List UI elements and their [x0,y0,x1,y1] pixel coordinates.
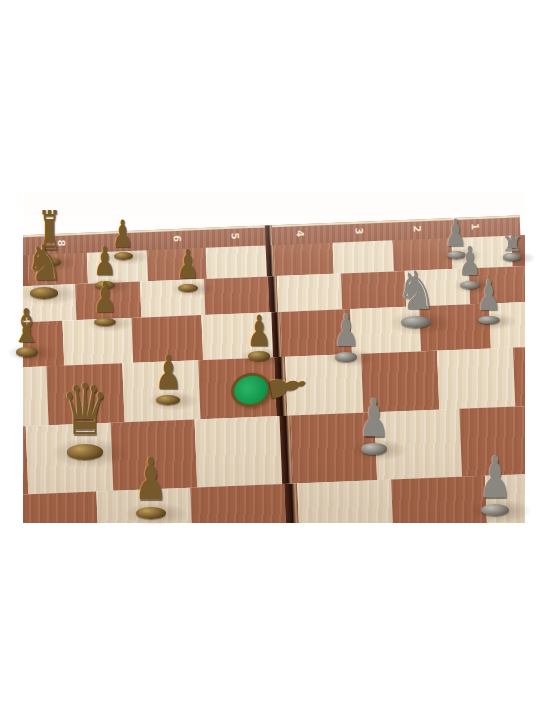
square-e2 [437,348,515,410]
square-g1 [469,266,525,305]
square-h2 [392,238,453,271]
square-e7 [46,363,124,425]
square-f4 [280,309,351,357]
square-h3 [333,240,394,273]
rank-label-8: 8 [55,237,66,249]
square-d4 [290,412,377,483]
square-d7 [26,423,113,494]
square-f5 [201,312,272,360]
square-d5 [195,416,282,487]
square-e6 [122,360,200,422]
square-c6 [97,488,194,523]
board-surface: 87654321 [23,193,525,523]
board-border [511,235,525,267]
rank-label-6: 6 [172,232,183,244]
rank-label-3: 3 [353,225,364,237]
square-c5 [190,484,287,523]
square-g5 [204,276,270,315]
square-h7 [87,250,148,283]
square-c7 [23,491,100,523]
square-g2 [405,268,471,307]
rank-label-2: 2 [411,223,422,235]
square-c4 [297,480,394,523]
square-g6 [140,279,206,318]
square-h6 [147,248,208,281]
square-f2 [419,304,490,352]
square-d6 [110,419,197,490]
square-g3 [341,271,407,310]
square-e1 [513,345,525,407]
square-f1 [489,301,525,349]
square-e5 [198,357,276,419]
square-h5 [206,245,267,278]
square-f6 [132,315,203,363]
square-c2 [485,472,525,523]
square-f8 [23,321,64,369]
square-f3 [350,306,421,354]
rank-label-4: 4 [295,227,306,239]
rank-label-1: 1 [469,220,480,232]
product-photo: 87654321 ♜♟♟♜♞♟♟♟♝♟♟♞♟♟♟♟♛♟♟♟ [0,0,540,720]
square-c3 [391,476,488,523]
square-h8 [28,253,89,286]
square-f7 [62,318,133,366]
rank-label-5: 5 [230,230,241,242]
square-g7 [75,282,141,321]
square-g8 [23,284,77,323]
square-g4 [277,273,343,312]
square-d3 [375,409,462,480]
square-e3 [361,351,439,413]
square-h4 [273,243,334,276]
square-e8 [23,366,49,428]
square-e4 [285,354,363,416]
rank-label-7: 7 [114,235,125,247]
chess-board: 87654321 [23,193,525,523]
square-d2 [459,405,525,476]
square-h1 [452,236,513,269]
